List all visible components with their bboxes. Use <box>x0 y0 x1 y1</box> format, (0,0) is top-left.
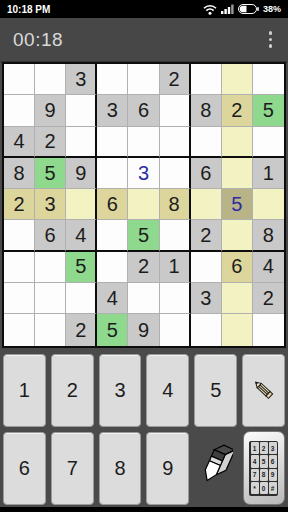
numpad-button-9[interactable]: 9 <box>146 432 189 505</box>
cell-r2c1[interactable] <box>4 95 35 126</box>
number-pad: 1 2 3 4 5 6 7 8 9 <box>0 348 288 505</box>
cell-r4c2[interactable]: 5 <box>35 158 66 189</box>
cell-r2c6[interactable] <box>160 95 191 126</box>
keypad-icon-key: 4 <box>251 455 259 467</box>
numpad-button-8[interactable]: 8 <box>99 432 142 505</box>
cell-r2c5[interactable]: 6 <box>128 95 159 126</box>
cell-r5c7[interactable] <box>191 189 222 220</box>
cell-r5c2[interactable]: 3 <box>35 189 66 220</box>
keypad-icon-key: # <box>269 482 277 494</box>
cell-r2c2[interactable]: 9 <box>35 95 66 126</box>
cell-r7c4[interactable] <box>97 252 128 283</box>
numpad-button-5[interactable]: 5 <box>194 354 237 427</box>
cell-r4c9[interactable]: 1 <box>253 158 284 189</box>
cell-r5c6[interactable]: 8 <box>160 189 191 220</box>
cell-r6c1[interactable] <box>4 220 35 251</box>
numpad-button-2[interactable]: 2 <box>51 354 94 427</box>
numpad-button-4[interactable]: 4 <box>146 354 189 427</box>
keypad-icon-key: 2 <box>260 442 268 454</box>
cell-r2c3[interactable] <box>66 95 97 126</box>
cell-r1c5[interactable] <box>128 64 159 95</box>
cell-r1c3[interactable]: 3 <box>66 64 97 95</box>
cell-r5c5[interactable] <box>128 189 159 220</box>
cell-r3c2[interactable]: 2 <box>35 127 66 158</box>
cell-r3c3[interactable] <box>66 127 97 158</box>
cell-r9c2[interactable] <box>35 314 66 345</box>
cell-r6c5[interactable]: 5 <box>128 220 159 251</box>
cell-r7c3[interactable]: 5 <box>66 252 97 283</box>
eraser-icon <box>199 440 233 496</box>
cell-r4c7[interactable]: 6 <box>191 158 222 189</box>
status-time: 10:18 PM <box>7 4 50 15</box>
cell-r9c4[interactable]: 5 <box>97 314 128 345</box>
cell-r5c8[interactable]: 5 <box>222 189 253 220</box>
cell-r9c5[interactable]: 9 <box>128 314 159 345</box>
cell-r4c5[interactable]: 3 <box>128 158 159 189</box>
cell-r8c5[interactable] <box>128 283 159 314</box>
cell-r5c3[interactable] <box>66 189 97 220</box>
keypad-toggle-button[interactable]: 123456789*0# <box>242 432 285 505</box>
cell-r3c7[interactable] <box>191 127 222 158</box>
numpad-button-7[interactable]: 7 <box>51 432 94 505</box>
cell-r6c4[interactable] <box>97 220 128 251</box>
cell-r2c4[interactable]: 3 <box>97 95 128 126</box>
cell-r4c6[interactable] <box>160 158 191 189</box>
battery-percent: 38% <box>263 4 281 14</box>
cell-r2c9[interactable]: 5 <box>253 95 284 126</box>
cell-r9c8[interactable] <box>222 314 253 345</box>
cell-r4c1[interactable]: 8 <box>4 158 35 189</box>
overflow-menu-button[interactable] <box>266 26 276 53</box>
app-bar: 00:18 <box>0 18 288 61</box>
cell-r6c8[interactable] <box>222 220 253 251</box>
cell-r4c3[interactable]: 9 <box>66 158 97 189</box>
cell-r7c7[interactable] <box>191 252 222 283</box>
cell-r8c8[interactable] <box>222 283 253 314</box>
cell-r6c3[interactable]: 4 <box>66 220 97 251</box>
game-timer: 00:18 <box>13 29 63 51</box>
cell-r7c5[interactable]: 2 <box>128 252 159 283</box>
cell-r1c2[interactable] <box>35 64 66 95</box>
cell-r7c6[interactable]: 1 <box>160 252 191 283</box>
cell-r5c4[interactable]: 6 <box>97 189 128 220</box>
cell-r8c6[interactable] <box>160 283 191 314</box>
cell-r8c7[interactable]: 3 <box>191 283 222 314</box>
status-bar: 10:18 PM 38% <box>0 0 288 18</box>
keypad-icon-key: 5 <box>260 455 268 467</box>
keypad-icon: 123456789*0# <box>243 431 285 505</box>
keypad-icon-key: * <box>251 482 259 494</box>
cell-r7c1[interactable] <box>4 252 35 283</box>
cell-r8c1[interactable] <box>4 283 35 314</box>
cell-r4c8[interactable] <box>222 158 253 189</box>
battery-icon <box>238 4 259 14</box>
cell-r8c3[interactable] <box>66 283 97 314</box>
cell-r1c9[interactable] <box>253 64 284 95</box>
cell-r6c6[interactable] <box>160 220 191 251</box>
cell-r1c6[interactable]: 2 <box>160 64 191 95</box>
numpad-button-3[interactable]: 3 <box>99 354 142 427</box>
keypad-icon-key: 1 <box>251 442 259 454</box>
cell-r9c3[interactable]: 2 <box>66 314 97 345</box>
cell-r8c2[interactable] <box>35 283 66 314</box>
cell-r9c7[interactable] <box>191 314 222 345</box>
cell-r3c5[interactable] <box>128 127 159 158</box>
pencil-icon <box>251 377 277 403</box>
cell-r9c1[interactable] <box>4 314 35 345</box>
numpad-button-1[interactable]: 1 <box>3 354 46 427</box>
pencil-button[interactable] <box>242 354 285 427</box>
keypad-icon-key: 6 <box>269 455 277 467</box>
cell-r2c8[interactable]: 2 <box>222 95 253 126</box>
cell-r5c1[interactable]: 2 <box>4 189 35 220</box>
cell-r6c2[interactable]: 6 <box>35 220 66 251</box>
cell-r1c7[interactable] <box>191 64 222 95</box>
cell-r3c6[interactable] <box>160 127 191 158</box>
keypad-icon-key: 0 <box>260 482 268 494</box>
cell-r1c1[interactable] <box>4 64 35 95</box>
phone-screen: 10:18 PM 38% 00:18 <box>0 0 288 512</box>
cell-r3c4[interactable] <box>97 127 128 158</box>
cell-r2c7[interactable]: 8 <box>191 95 222 126</box>
cell-r7c9[interactable]: 4 <box>253 252 284 283</box>
cell-r8c9[interactable]: 2 <box>253 283 284 314</box>
cell-r9c6[interactable] <box>160 314 191 345</box>
cell-r3c9[interactable] <box>253 127 284 158</box>
keypad-icon-key: 3 <box>269 442 277 454</box>
cell-r3c8[interactable] <box>222 127 253 158</box>
keypad-icon-key: 9 <box>269 469 277 481</box>
cell-r3c1[interactable]: 4 <box>4 127 35 158</box>
sudoku-board: 3293682542859361236856452852164432259 <box>2 62 286 348</box>
keypad-icon-keys: 123456789*0# <box>249 441 278 496</box>
wifi-icon <box>203 4 217 15</box>
bottom-bezel <box>0 507 288 512</box>
signal-icon <box>221 4 234 14</box>
eraser-button[interactable] <box>194 432 237 505</box>
cell-r6c9[interactable]: 8 <box>253 220 284 251</box>
cell-r9c9[interactable] <box>253 314 284 345</box>
cell-r5c9[interactable] <box>253 189 284 220</box>
keypad-icon-key: 8 <box>260 469 268 481</box>
cell-r8c4[interactable]: 4 <box>97 283 128 314</box>
keypad-icon-key: 7 <box>251 469 259 481</box>
cell-r4c4[interactable] <box>97 158 128 189</box>
cell-r7c8[interactable]: 6 <box>222 252 253 283</box>
cell-r6c7[interactable]: 2 <box>191 220 222 251</box>
numpad-button-6[interactable]: 6 <box>3 432 46 505</box>
cell-r7c2[interactable] <box>35 252 66 283</box>
cell-r1c4[interactable] <box>97 64 128 95</box>
cell-r1c8[interactable] <box>222 64 253 95</box>
